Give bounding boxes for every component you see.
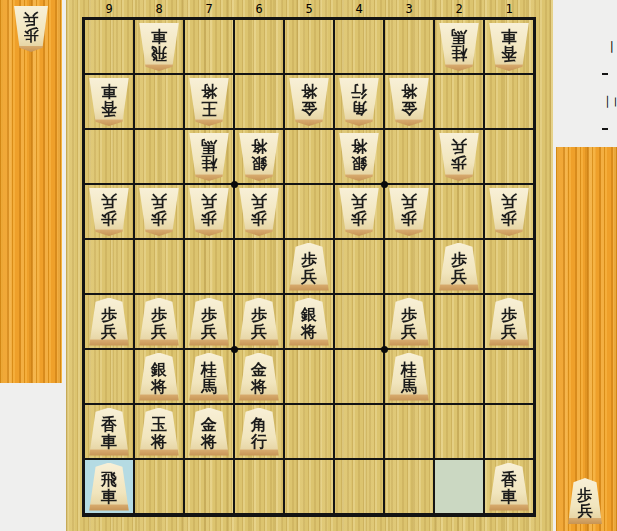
piece-kanji: 歩: [451, 251, 467, 268]
piece-slot: 歩兵: [234, 184, 284, 239]
square-76[interactable]: 歩兵: [184, 294, 234, 349]
piece-kanji: 歩: [201, 306, 217, 323]
square-94[interactable]: 歩兵: [84, 184, 134, 239]
file-label-7: 7: [184, 2, 234, 16]
piece-slot: 銀将: [284, 294, 334, 349]
piece-kanji: 飛: [101, 471, 117, 488]
piece-kanji: 車: [501, 488, 517, 505]
square-53[interactable]: [284, 129, 334, 184]
piece-rook-sente[interactable]: 飛車: [88, 463, 130, 511]
piece-kanji: 馬: [451, 28, 467, 45]
square-98[interactable]: 香車: [84, 404, 134, 459]
piece-slot: 香車: [484, 19, 534, 74]
piece-kanji: 歩: [301, 251, 317, 268]
piece-pawn-sente[interactable]: 歩兵: [288, 243, 330, 291]
piece-gold-gote[interactable]: 金将: [288, 78, 330, 126]
square-33[interactable]: [384, 129, 434, 184]
piece-kanji: 銀: [301, 306, 317, 323]
rank-tick: [602, 128, 608, 130]
piece-rook-gote[interactable]: 飛車: [138, 23, 180, 71]
piece-slot: 歩兵: [284, 239, 334, 294]
piece-silver-sente[interactable]: 銀将: [138, 353, 180, 401]
square-77[interactable]: 桂馬: [184, 349, 234, 404]
piece-kanji: 馬: [201, 378, 217, 395]
piece-kanji: 香: [501, 45, 517, 62]
square-37[interactable]: 桂馬: [384, 349, 434, 404]
piece-kanji: 兵: [301, 268, 317, 285]
piece-kanji: 香: [501, 471, 517, 488]
piece-kanji: 馬: [201, 138, 217, 155]
square-72[interactable]: 王将: [184, 74, 234, 129]
square-79[interactable]: [184, 459, 234, 514]
piece-lance-sente[interactable]: 香車: [488, 463, 530, 511]
square-82[interactable]: [134, 74, 184, 129]
shogi-app: 歩兵 987654321 一二三四五六七八九 飛車桂馬香車香車王将金将角行金将桂…: [0, 0, 617, 531]
square-93[interactable]: [84, 129, 134, 184]
piece-slot: 桂馬: [384, 349, 434, 404]
piece-kanji: 兵: [201, 193, 217, 210]
square-35[interactable]: [384, 239, 434, 294]
piece-kanji: 金: [251, 361, 267, 378]
file-label-5: 5: [284, 2, 334, 16]
piece-kanji: 兵: [201, 323, 217, 340]
star-point: [381, 346, 388, 353]
piece-knight-sente[interactable]: 桂馬: [388, 353, 430, 401]
file-label-6: 6: [234, 2, 284, 16]
square-43[interactable]: 銀将: [334, 129, 384, 184]
piece-kanji: 馬: [401, 378, 417, 395]
piece-pawn-gote[interactable]: 歩兵: [138, 188, 180, 236]
file-label-4: 4: [334, 2, 384, 16]
square-24[interactable]: [434, 184, 484, 239]
piece-kanji: 兵: [401, 193, 417, 210]
square-21[interactable]: 桂馬: [434, 19, 484, 74]
piece-kanji: 車: [151, 28, 167, 45]
piece-kanji: 兵: [351, 193, 367, 210]
square-86[interactable]: 歩兵: [134, 294, 184, 349]
square-18[interactable]: [484, 404, 534, 459]
piece-slot: 歩兵: [234, 294, 284, 349]
piece-kanji: 桂: [451, 45, 467, 62]
square-73[interactable]: 桂馬: [184, 129, 234, 184]
piece-kanji: 兵: [451, 268, 467, 285]
square-54[interactable]: [284, 184, 334, 239]
board-grid: 飛車桂馬香車香車王将金将角行金将桂馬銀将銀将歩兵歩兵歩兵歩兵歩兵歩兵歩兵歩兵歩兵…: [82, 17, 536, 517]
piece-pawn-gote[interactable]: 歩兵: [438, 133, 480, 181]
piece-pawn-sente[interactable]: 歩兵: [138, 298, 180, 346]
piece-pawn-sente[interactable]: 歩兵: [88, 298, 130, 346]
star-point: [231, 181, 238, 188]
piece-lance-sente[interactable]: 香車: [88, 408, 130, 456]
piece-slot: 飛車: [134, 19, 184, 74]
square-88[interactable]: 玉将: [134, 404, 184, 459]
square-25[interactable]: 歩兵: [434, 239, 484, 294]
square-11[interactable]: 香車: [484, 19, 534, 74]
piece-kanji: 兵: [578, 503, 593, 519]
square-95[interactable]: [84, 239, 134, 294]
piece-slot: 歩兵: [434, 239, 484, 294]
piece-knight-gote[interactable]: 桂馬: [188, 133, 230, 181]
piece-kanji: 将: [351, 138, 367, 155]
piece-kanji: 兵: [251, 193, 267, 210]
piece-bishop-gote[interactable]: 角行: [338, 78, 380, 126]
piece-pawn-gote[interactable]: 歩兵: [388, 188, 430, 236]
square-36[interactable]: 歩兵: [384, 294, 434, 349]
piece-lance-gote[interactable]: 香車: [488, 23, 530, 71]
square-84[interactable]: 歩兵: [134, 184, 184, 239]
piece-kanji: 将: [301, 323, 317, 340]
piece-kanji: 将: [251, 138, 267, 155]
square-51[interactable]: [284, 19, 334, 74]
square-85[interactable]: [134, 239, 184, 294]
square-41[interactable]: [334, 19, 384, 74]
square-96[interactable]: 歩兵: [84, 294, 134, 349]
piece-kanji: 兵: [101, 193, 117, 210]
piece-slot: 金将: [384, 74, 434, 129]
piece-kanji: 将: [151, 433, 167, 450]
piece-kanji: 金: [301, 100, 317, 117]
piece-kanji: 将: [151, 378, 167, 395]
square-49[interactable]: [334, 459, 384, 514]
piece-slot: 歩兵: [134, 294, 184, 349]
piece-kanji: 将: [251, 378, 267, 395]
square-16[interactable]: 歩兵: [484, 294, 534, 349]
piece-slot: 歩兵: [84, 184, 134, 239]
piece-slot: 香車: [84, 404, 134, 459]
piece-kanji: 歩: [401, 306, 417, 323]
piece-pawn-sente-in-hand[interactable]: 歩兵: [567, 478, 603, 524]
piece-slot: 香車: [484, 459, 534, 514]
piece-pawn-gote-in-hand[interactable]: 歩兵: [13, 6, 49, 52]
piece-pawn-gote[interactable]: 歩兵: [188, 188, 230, 236]
square-45[interactable]: [334, 239, 384, 294]
piece-kanji: 車: [501, 28, 517, 45]
piece-gold-sente[interactable]: 金将: [188, 408, 230, 456]
piece-pawn-sente[interactable]: 歩兵: [238, 298, 280, 346]
square-97[interactable]: [84, 349, 134, 404]
square-67[interactable]: 金将: [234, 349, 284, 404]
piece-bishop-sente[interactable]: 角行: [238, 408, 280, 456]
piece-kanji: 行: [351, 83, 367, 100]
piece-silver-gote[interactable]: 銀将: [238, 133, 280, 181]
piece-slot: 桂馬: [434, 19, 484, 74]
piece-kanji: 桂: [401, 361, 417, 378]
square-12[interactable]: [484, 74, 534, 129]
piece-kanji: 桂: [201, 155, 217, 172]
file-label-1: 1: [484, 2, 534, 16]
piece-kanji: 車: [101, 433, 117, 450]
piece-slot: 金将: [284, 74, 334, 129]
square-87[interactable]: 銀将: [134, 349, 184, 404]
piece-slot: 銀将: [134, 349, 184, 404]
piece-pawn-gote[interactable]: 歩兵: [238, 188, 280, 236]
square-69[interactable]: [234, 459, 284, 514]
piece-kanji: 金: [401, 100, 417, 117]
piece-pawn-gote[interactable]: 歩兵: [488, 188, 530, 236]
file-label-9: 9: [84, 2, 134, 16]
piece-slot: 角行: [334, 74, 384, 129]
piece-gold-gote[interactable]: 金将: [388, 78, 430, 126]
gote-hand-slot: 歩兵: [12, 5, 50, 53]
shogi-board: 987654321 一二三四五六七八九 飛車桂馬香車香車王将金将角行金将桂馬銀将…: [66, 0, 553, 531]
square-71[interactable]: [184, 19, 234, 74]
square-92[interactable]: 香車: [84, 74, 134, 129]
file-label-3: 3: [384, 2, 434, 16]
piece-kanji: 兵: [151, 193, 167, 210]
piece-slot: 玉将: [134, 404, 184, 459]
gote-piece-stand[interactable]: 歩兵: [0, 0, 62, 383]
piece-kanji: 桂: [201, 361, 217, 378]
piece-slot: 歩兵: [434, 129, 484, 184]
piece-pawn-gote[interactable]: 歩兵: [338, 188, 380, 236]
square-78[interactable]: 金将: [184, 404, 234, 459]
piece-silver-sente[interactable]: 銀将: [288, 298, 330, 346]
square-22[interactable]: [434, 74, 484, 129]
piece-slot: 香車: [84, 74, 134, 129]
piece-kanji: 車: [101, 488, 117, 505]
square-13[interactable]: [484, 129, 534, 184]
square-52[interactable]: 金将: [284, 74, 334, 129]
piece-kanji: 銀: [251, 155, 267, 172]
piece-kanji: 将: [301, 83, 317, 100]
file-label-2: 2: [434, 2, 484, 16]
piece-kanji: 歩: [151, 210, 167, 227]
piece-kanji: 歩: [101, 210, 117, 227]
square-38[interactable]: [384, 404, 434, 459]
piece-kanji: 銀: [351, 155, 367, 172]
square-14[interactable]: 歩兵: [484, 184, 534, 239]
star-point: [231, 346, 238, 353]
square-47[interactable]: [334, 349, 384, 404]
square-34[interactable]: 歩兵: [384, 184, 434, 239]
piece-pawn-sente[interactable]: 歩兵: [488, 298, 530, 346]
piece-kanji: 行: [251, 433, 267, 450]
square-56[interactable]: 銀将: [284, 294, 334, 349]
piece-pawn-sente[interactable]: 歩兵: [388, 298, 430, 346]
piece-kanji: 兵: [501, 323, 517, 340]
piece-kanji: 兵: [24, 12, 39, 28]
piece-slot: 歩兵: [384, 294, 434, 349]
piece-slot: 飛車: [84, 459, 134, 514]
square-65[interactable]: [234, 239, 284, 294]
piece-knight-sente[interactable]: 桂馬: [188, 353, 230, 401]
piece-kanji: 歩: [501, 210, 517, 227]
piece-slot: 歩兵: [184, 294, 234, 349]
piece-slot: 歩兵: [384, 184, 434, 239]
square-46[interactable]: [334, 294, 384, 349]
piece-slot: 銀将: [234, 129, 284, 184]
piece-kanji: 飛: [151, 45, 167, 62]
square-39[interactable]: [384, 459, 434, 514]
piece-pawn-gote[interactable]: 歩兵: [88, 188, 130, 236]
piece-kanji: 将: [201, 433, 217, 450]
square-42[interactable]: 角行: [334, 74, 384, 129]
square-62[interactable]: [234, 74, 284, 129]
piece-kanji: 歩: [201, 210, 217, 227]
square-81[interactable]: 飛車: [134, 19, 184, 74]
piece-slot: 金将: [234, 349, 284, 404]
square-31[interactable]: [384, 19, 434, 74]
piece-kanji: 歩: [101, 306, 117, 323]
piece-lance-gote[interactable]: 香車: [88, 78, 130, 126]
piece-kanji: 歩: [351, 210, 367, 227]
square-59[interactable]: [284, 459, 334, 514]
piece-kanji: 歩: [501, 306, 517, 323]
piece-kanji: 角: [351, 100, 367, 117]
piece-slot: 角行: [234, 404, 284, 459]
square-66[interactable]: 歩兵: [234, 294, 284, 349]
square-19[interactable]: 香車: [484, 459, 534, 514]
square-55[interactable]: 歩兵: [284, 239, 334, 294]
square-23[interactable]: 歩兵: [434, 129, 484, 184]
piece-kanji: 歩: [578, 487, 593, 503]
square-89[interactable]: [134, 459, 184, 514]
piece-kanji: 歩: [24, 28, 39, 44]
sente-piece-stand[interactable]: 歩兵: [556, 147, 617, 531]
piece-kanji: 兵: [451, 138, 467, 155]
piece-king-gote[interactable]: 王将: [188, 78, 230, 126]
piece-kanji: 兵: [401, 323, 417, 340]
piece-kanji: 車: [101, 83, 117, 100]
square-44[interactable]: 歩兵: [334, 184, 384, 239]
piece-kanji: 歩: [451, 155, 467, 172]
square-61[interactable]: [234, 19, 284, 74]
square-29[interactable]: [434, 459, 484, 514]
rank-label-1: 一: [602, 39, 617, 55]
piece-kanji: 歩: [151, 306, 167, 323]
piece-kanji: 兵: [151, 323, 167, 340]
piece-kanji: 兵: [251, 323, 267, 340]
sente-hand-slot: 歩兵: [566, 477, 604, 525]
piece-kanji: 王: [201, 100, 217, 117]
piece-slot: 桂馬: [184, 129, 234, 184]
piece-kanji: 将: [201, 83, 217, 100]
piece-kanji: 歩: [251, 306, 267, 323]
square-17[interactable]: [484, 349, 534, 404]
square-63[interactable]: 銀将: [234, 129, 284, 184]
square-83[interactable]: [134, 129, 184, 184]
rank-tick: [602, 73, 608, 75]
piece-kanji: 将: [401, 83, 417, 100]
square-57[interactable]: [284, 349, 334, 404]
square-27[interactable]: [434, 349, 484, 404]
piece-slot: 歩兵: [484, 184, 534, 239]
piece-kanji: 歩: [251, 210, 267, 227]
piece-kanji: 角: [251, 416, 267, 433]
file-label-8: 8: [134, 2, 184, 16]
piece-kanji: 銀: [151, 361, 167, 378]
square-68[interactable]: 角行: [234, 404, 284, 459]
piece-slot: 銀将: [334, 129, 384, 184]
square-26[interactable]: [434, 294, 484, 349]
piece-kanji: 香: [101, 416, 117, 433]
piece-king-sente[interactable]: 玉将: [138, 408, 180, 456]
piece-kanji: 玉: [151, 416, 167, 433]
piece-slot: 歩兵: [134, 184, 184, 239]
square-58[interactable]: [284, 404, 334, 459]
square-99[interactable]: 飛車: [84, 459, 134, 514]
piece-pawn-sente[interactable]: 歩兵: [188, 298, 230, 346]
piece-knight-gote[interactable]: 桂馬: [438, 23, 480, 71]
piece-gold-sente[interactable]: 金将: [238, 353, 280, 401]
piece-kanji: 兵: [501, 193, 517, 210]
square-32[interactable]: 金将: [384, 74, 434, 129]
square-28[interactable]: [434, 404, 484, 459]
piece-slot: 金将: [184, 404, 234, 459]
piece-silver-gote[interactable]: 銀将: [338, 133, 380, 181]
star-point: [381, 181, 388, 188]
square-48[interactable]: [334, 404, 384, 459]
square-64[interactable]: 歩兵: [234, 184, 284, 239]
last-move-from-highlight: [435, 460, 483, 513]
square-74[interactable]: 歩兵: [184, 184, 234, 239]
piece-slot: 王将: [184, 74, 234, 129]
piece-slot: 歩兵: [484, 294, 534, 349]
piece-kanji: 金: [201, 416, 217, 433]
piece-pawn-sente[interactable]: 歩兵: [438, 243, 480, 291]
piece-slot: 歩兵: [184, 184, 234, 239]
square-91[interactable]: [84, 19, 134, 74]
piece-slot: 桂馬: [184, 349, 234, 404]
piece-slot: 歩兵: [84, 294, 134, 349]
rank-label-2: 二: [602, 94, 617, 110]
square-15[interactable]: [484, 239, 534, 294]
piece-kanji: 香: [101, 100, 117, 117]
square-75[interactable]: [184, 239, 234, 294]
piece-slot: 歩兵: [334, 184, 384, 239]
piece-kanji: 歩: [401, 210, 417, 227]
piece-kanji: 兵: [101, 323, 117, 340]
